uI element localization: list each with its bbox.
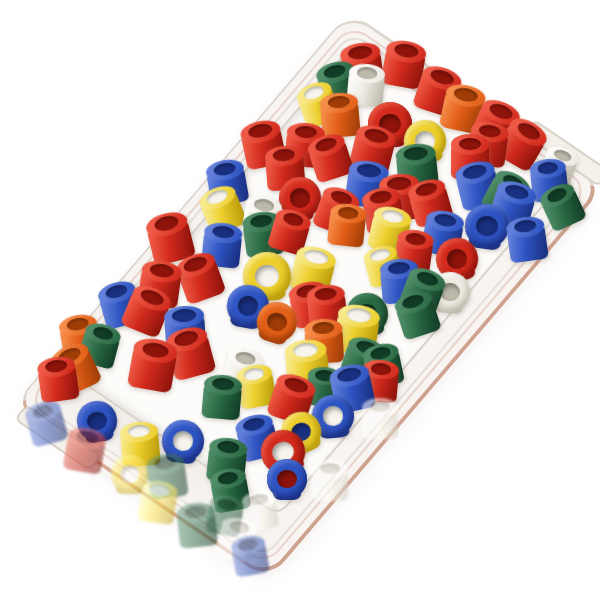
plastic-ring-green <box>176 502 218 550</box>
plastic-ring-orange <box>327 202 367 247</box>
plastic-ring-green <box>201 374 243 421</box>
plastic-ring-blue <box>230 533 270 578</box>
plastic-ring-red <box>36 355 80 404</box>
plastic-ring-blue <box>505 215 549 264</box>
product-photo <box>0 0 600 600</box>
plastic-ring-white <box>362 398 398 440</box>
plastic-ring-white <box>312 460 348 502</box>
plastic-ring-yellow <box>137 478 178 524</box>
plastic-ring-red <box>62 425 107 475</box>
plastic-ring-red <box>127 335 179 393</box>
